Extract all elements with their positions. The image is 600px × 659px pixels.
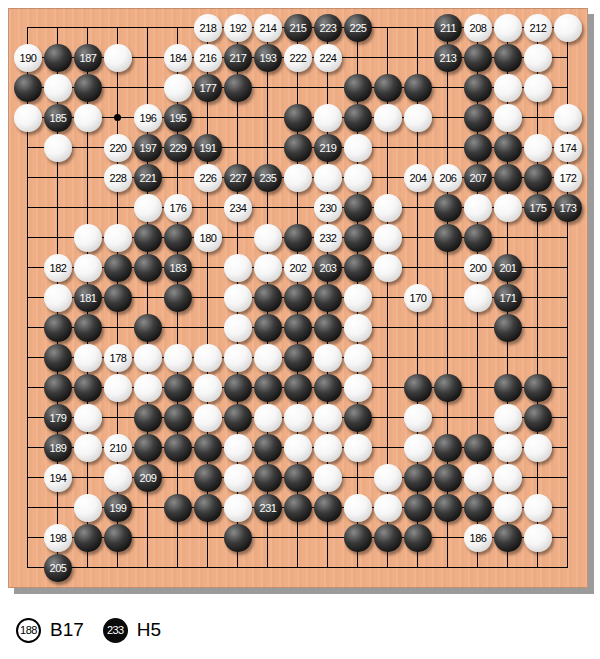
cell-N16[interactable] — [373, 103, 403, 133]
cell-N1[interactable] — [373, 553, 403, 583]
cell-R8[interactable] — [493, 343, 523, 373]
cell-G11[interactable] — [193, 253, 223, 283]
cell-B16[interactable]: 185 — [43, 103, 73, 133]
black-stone[interactable] — [464, 494, 492, 522]
white-stone[interactable] — [464, 194, 492, 222]
cell-K3[interactable] — [283, 493, 313, 523]
cell-F5[interactable] — [163, 433, 193, 463]
cell-K2[interactable] — [283, 523, 313, 553]
cell-F15[interactable]: 229 — [163, 133, 193, 163]
cell-C1[interactable] — [73, 553, 103, 583]
cell-O17[interactable] — [403, 73, 433, 103]
cell-N6[interactable] — [373, 403, 403, 433]
cell-D15[interactable]: 220 — [103, 133, 133, 163]
black-stone[interactable] — [494, 314, 522, 342]
black-stone[interactable] — [44, 344, 72, 372]
black-stone[interactable] — [284, 464, 312, 492]
black-stone[interactable] — [44, 374, 72, 402]
black-stone[interactable]: 219 — [314, 134, 342, 162]
black-stone[interactable] — [284, 104, 312, 132]
cell-J1[interactable] — [253, 553, 283, 583]
cell-H15[interactable] — [223, 133, 253, 163]
cell-B17[interactable] — [43, 73, 73, 103]
cell-E11[interactable] — [133, 253, 163, 283]
cell-C15[interactable] — [73, 133, 103, 163]
white-stone[interactable] — [284, 434, 312, 462]
white-stone[interactable] — [374, 224, 402, 252]
white-stone[interactable] — [74, 494, 102, 522]
cell-N14[interactable] — [373, 163, 403, 193]
white-stone[interactable]: 186 — [464, 524, 492, 552]
cell-F1[interactable] — [163, 553, 193, 583]
black-stone[interactable] — [164, 494, 192, 522]
black-stone[interactable] — [314, 374, 342, 402]
cell-F7[interactable] — [163, 373, 193, 403]
cell-L3[interactable] — [313, 493, 343, 523]
cell-R5[interactable] — [493, 433, 523, 463]
cell-C6[interactable] — [73, 403, 103, 433]
cell-R16[interactable] — [493, 103, 523, 133]
cell-Q11[interactable]: 200 — [463, 253, 493, 283]
cell-N3[interactable] — [373, 493, 403, 523]
cell-N10[interactable] — [373, 283, 403, 313]
black-stone[interactable] — [494, 134, 522, 162]
cell-R2[interactable] — [493, 523, 523, 553]
cell-M4[interactable] — [343, 463, 373, 493]
cell-G13[interactable] — [193, 193, 223, 223]
cell-N13[interactable] — [373, 193, 403, 223]
cell-K7[interactable] — [283, 373, 313, 403]
black-stone[interactable] — [284, 494, 312, 522]
cell-H17[interactable] — [223, 73, 253, 103]
cell-J2[interactable] — [253, 523, 283, 553]
black-stone[interactable] — [464, 434, 492, 462]
cell-A15[interactable] — [13, 133, 43, 163]
cell-B12[interactable] — [43, 223, 73, 253]
cell-N17[interactable] — [373, 73, 403, 103]
white-stone[interactable]: 172 — [554, 164, 582, 192]
cell-T3[interactable] — [553, 493, 583, 523]
white-stone[interactable]: 204 — [404, 164, 432, 192]
black-stone[interactable] — [434, 194, 462, 222]
black-stone[interactable] — [164, 404, 192, 432]
cell-K18[interactable]: 222 — [283, 43, 313, 73]
cell-E4[interactable]: 209 — [133, 463, 163, 493]
black-stone[interactable] — [374, 524, 402, 552]
cell-N11[interactable] — [373, 253, 403, 283]
cell-L8[interactable] — [313, 343, 343, 373]
cell-Q3[interactable] — [463, 493, 493, 523]
cell-E13[interactable] — [133, 193, 163, 223]
cell-F16[interactable]: 195 — [163, 103, 193, 133]
white-stone[interactable] — [404, 104, 432, 132]
cell-A5[interactable] — [13, 433, 43, 463]
cell-S12[interactable] — [523, 223, 553, 253]
black-stone[interactable] — [74, 314, 102, 342]
cell-Q10[interactable] — [463, 283, 493, 313]
white-stone[interactable] — [524, 44, 552, 72]
black-stone[interactable] — [104, 284, 132, 312]
cell-H4[interactable] — [223, 463, 253, 493]
white-stone[interactable] — [494, 464, 522, 492]
cell-J15[interactable] — [253, 133, 283, 163]
black-stone[interactable] — [344, 104, 372, 132]
white-stone[interactable] — [494, 404, 522, 432]
white-stone[interactable]: 176 — [164, 194, 192, 222]
cell-E12[interactable] — [133, 223, 163, 253]
white-stone[interactable] — [74, 254, 102, 282]
cell-K14[interactable] — [283, 163, 313, 193]
white-stone[interactable]: 202 — [284, 254, 312, 282]
cell-G8[interactable] — [193, 343, 223, 373]
white-stone[interactable] — [194, 344, 222, 372]
black-stone[interactable] — [14, 74, 42, 102]
white-stone[interactable] — [74, 344, 102, 372]
cell-B10[interactable] — [43, 283, 73, 313]
cell-H1[interactable] — [223, 553, 253, 583]
black-stone[interactable] — [134, 224, 162, 252]
cell-J14[interactable]: 235 — [253, 163, 283, 193]
black-stone[interactable] — [224, 74, 252, 102]
cell-T17[interactable] — [553, 73, 583, 103]
cell-O11[interactable] — [403, 253, 433, 283]
white-stone[interactable] — [344, 164, 372, 192]
cell-A14[interactable] — [13, 163, 43, 193]
black-stone[interactable] — [434, 494, 462, 522]
black-stone[interactable]: 195 — [164, 104, 192, 132]
cell-P16[interactable] — [433, 103, 463, 133]
cell-G2[interactable] — [193, 523, 223, 553]
white-stone[interactable] — [344, 314, 372, 342]
black-stone[interactable]: 223 — [314, 14, 342, 42]
cell-A16[interactable] — [13, 103, 43, 133]
cell-S5[interactable] — [523, 433, 553, 463]
cell-H6[interactable] — [223, 403, 253, 433]
cell-Q2[interactable]: 186 — [463, 523, 493, 553]
black-stone[interactable] — [254, 374, 282, 402]
cell-C9[interactable] — [73, 313, 103, 343]
white-stone[interactable]: 232 — [314, 224, 342, 252]
cell-S14[interactable] — [523, 163, 553, 193]
white-stone[interactable]: 178 — [104, 344, 132, 372]
cell-M14[interactable] — [343, 163, 373, 193]
cell-A11[interactable] — [13, 253, 43, 283]
cell-Q8[interactable] — [463, 343, 493, 373]
cell-P12[interactable] — [433, 223, 463, 253]
cell-B3[interactable] — [43, 493, 73, 523]
white-stone[interactable] — [74, 104, 102, 132]
cell-Q13[interactable] — [463, 193, 493, 223]
cell-O6[interactable] — [403, 403, 433, 433]
black-stone[interactable]: 177 — [194, 74, 222, 102]
cell-H10[interactable] — [223, 283, 253, 313]
cell-M11[interactable] — [343, 253, 373, 283]
cell-H8[interactable] — [223, 343, 253, 373]
cell-T7[interactable] — [553, 373, 583, 403]
white-stone[interactable] — [344, 284, 372, 312]
cell-K12[interactable] — [283, 223, 313, 253]
cell-L18[interactable]: 224 — [313, 43, 343, 73]
cell-G18[interactable]: 216 — [193, 43, 223, 73]
white-stone[interactable] — [44, 134, 72, 162]
cell-P18[interactable]: 213 — [433, 43, 463, 73]
cell-E5[interactable] — [133, 433, 163, 463]
white-stone[interactable]: 216 — [194, 44, 222, 72]
cell-P1[interactable] — [433, 553, 463, 583]
cell-O7[interactable] — [403, 373, 433, 403]
cell-H19[interactable]: 192 — [223, 13, 253, 43]
black-stone[interactable] — [284, 314, 312, 342]
cell-M19[interactable]: 225 — [343, 13, 373, 43]
white-stone[interactable]: 206 — [434, 164, 462, 192]
cell-O12[interactable] — [403, 223, 433, 253]
cell-D19[interactable] — [103, 13, 133, 43]
cell-P2[interactable] — [433, 523, 463, 553]
cell-A17[interactable] — [13, 73, 43, 103]
white-stone[interactable] — [464, 284, 492, 312]
cell-B13[interactable] — [43, 193, 73, 223]
cell-E10[interactable] — [133, 283, 163, 313]
cell-R12[interactable] — [493, 223, 523, 253]
black-stone[interactable] — [74, 374, 102, 402]
cell-E9[interactable] — [133, 313, 163, 343]
cell-C11[interactable] — [73, 253, 103, 283]
cell-Q5[interactable] — [463, 433, 493, 463]
cell-A19[interactable] — [13, 13, 43, 43]
white-stone[interactable] — [74, 224, 102, 252]
cell-T6[interactable] — [553, 403, 583, 433]
white-stone[interactable] — [284, 404, 312, 432]
black-stone[interactable] — [254, 284, 282, 312]
black-stone[interactable] — [164, 374, 192, 402]
white-stone[interactable] — [494, 434, 522, 462]
cell-L4[interactable] — [313, 463, 343, 493]
white-stone[interactable] — [44, 74, 72, 102]
white-stone[interactable] — [374, 194, 402, 222]
black-stone[interactable] — [464, 104, 492, 132]
black-stone[interactable] — [434, 374, 462, 402]
black-stone[interactable] — [74, 524, 102, 552]
cell-H13[interactable]: 234 — [223, 193, 253, 223]
cell-J10[interactable] — [253, 283, 283, 313]
cell-M15[interactable] — [343, 133, 373, 163]
black-stone[interactable] — [134, 434, 162, 462]
cell-K10[interactable] — [283, 283, 313, 313]
black-stone[interactable] — [494, 374, 522, 402]
cell-M12[interactable] — [343, 223, 373, 253]
cell-D3[interactable]: 199 — [103, 493, 133, 523]
white-stone[interactable] — [344, 344, 372, 372]
cell-S16[interactable] — [523, 103, 553, 133]
cell-F8[interactable] — [163, 343, 193, 373]
cell-F10[interactable] — [163, 283, 193, 313]
black-stone[interactable] — [44, 314, 72, 342]
black-stone[interactable] — [494, 524, 522, 552]
black-stone[interactable] — [434, 464, 462, 492]
cell-C16[interactable] — [73, 103, 103, 133]
black-stone[interactable] — [134, 254, 162, 282]
white-stone[interactable] — [374, 254, 402, 282]
cell-N4[interactable] — [373, 463, 403, 493]
black-stone[interactable] — [464, 224, 492, 252]
cell-S2[interactable] — [523, 523, 553, 553]
cell-N18[interactable] — [373, 43, 403, 73]
black-stone[interactable] — [224, 404, 252, 432]
white-stone[interactable]: 184 — [164, 44, 192, 72]
cell-J13[interactable] — [253, 193, 283, 223]
cell-P13[interactable] — [433, 193, 463, 223]
white-stone[interactable]: 218 — [194, 14, 222, 42]
cell-R9[interactable] — [493, 313, 523, 343]
cell-N5[interactable] — [373, 433, 403, 463]
cell-C2[interactable] — [73, 523, 103, 553]
black-stone[interactable] — [344, 254, 372, 282]
cell-R17[interactable] — [493, 73, 523, 103]
white-stone[interactable]: 222 — [284, 44, 312, 72]
white-stone[interactable]: 228 — [104, 164, 132, 192]
cell-J3[interactable]: 231 — [253, 493, 283, 523]
cell-S7[interactable] — [523, 373, 553, 403]
cell-L7[interactable] — [313, 373, 343, 403]
cell-L6[interactable] — [313, 403, 343, 433]
white-stone[interactable] — [224, 464, 252, 492]
cell-G5[interactable] — [193, 433, 223, 463]
black-stone[interactable]: 209 — [134, 464, 162, 492]
cell-B18[interactable] — [43, 43, 73, 73]
black-stone[interactable] — [494, 44, 522, 72]
cell-G15[interactable]: 191 — [193, 133, 223, 163]
cell-M7[interactable] — [343, 373, 373, 403]
white-stone[interactable] — [194, 374, 222, 402]
cell-S15[interactable] — [523, 133, 553, 163]
cell-S18[interactable] — [523, 43, 553, 73]
black-stone[interactable] — [404, 464, 432, 492]
cell-C18[interactable]: 187 — [73, 43, 103, 73]
black-stone[interactable] — [404, 494, 432, 522]
black-stone[interactable] — [164, 224, 192, 252]
white-stone[interactable] — [14, 104, 42, 132]
cell-H12[interactable] — [223, 223, 253, 253]
cell-A9[interactable] — [13, 313, 43, 343]
white-stone[interactable]: 214 — [254, 14, 282, 42]
cell-M2[interactable] — [343, 523, 373, 553]
black-stone[interactable] — [344, 194, 372, 222]
black-stone[interactable] — [194, 434, 222, 462]
black-stone[interactable] — [134, 314, 162, 342]
black-stone[interactable] — [104, 254, 132, 282]
cell-G14[interactable]: 226 — [193, 163, 223, 193]
white-stone[interactable] — [74, 404, 102, 432]
cell-R3[interactable] — [493, 493, 523, 523]
cell-M17[interactable] — [343, 73, 373, 103]
white-stone[interactable] — [314, 164, 342, 192]
cell-L14[interactable] — [313, 163, 343, 193]
cell-A7[interactable] — [13, 373, 43, 403]
cell-Q18[interactable] — [463, 43, 493, 73]
white-stone[interactable]: 226 — [194, 164, 222, 192]
cell-G17[interactable]: 177 — [193, 73, 223, 103]
cell-J8[interactable] — [253, 343, 283, 373]
cell-Q9[interactable] — [463, 313, 493, 343]
white-stone[interactable] — [404, 434, 432, 462]
white-stone[interactable]: 194 — [44, 464, 72, 492]
black-stone[interactable]: 229 — [164, 134, 192, 162]
white-stone[interactable] — [404, 404, 432, 432]
cell-Q14[interactable]: 207 — [463, 163, 493, 193]
cell-L11[interactable]: 203 — [313, 253, 343, 283]
cell-A12[interactable] — [13, 223, 43, 253]
cell-S10[interactable] — [523, 283, 553, 313]
black-stone[interactable] — [464, 134, 492, 162]
white-stone[interactable] — [464, 464, 492, 492]
cell-O14[interactable]: 204 — [403, 163, 433, 193]
cell-P8[interactable] — [433, 343, 463, 373]
black-stone[interactable]: 231 — [254, 494, 282, 522]
cell-F13[interactable]: 176 — [163, 193, 193, 223]
white-stone[interactable] — [224, 344, 252, 372]
white-stone[interactable] — [74, 434, 102, 462]
cell-R10[interactable]: 171 — [493, 283, 523, 313]
white-stone[interactable] — [194, 404, 222, 432]
cell-G9[interactable] — [193, 313, 223, 343]
cell-Q15[interactable] — [463, 133, 493, 163]
black-stone[interactable] — [254, 434, 282, 462]
cell-J5[interactable] — [253, 433, 283, 463]
white-stone[interactable]: 200 — [464, 254, 492, 282]
cell-Q7[interactable] — [463, 373, 493, 403]
cell-L15[interactable]: 219 — [313, 133, 343, 163]
white-stone[interactable] — [224, 254, 252, 282]
cell-T2[interactable] — [553, 523, 583, 553]
cell-G19[interactable]: 218 — [193, 13, 223, 43]
white-stone[interactable]: 208 — [464, 14, 492, 42]
cell-H18[interactable]: 217 — [223, 43, 253, 73]
black-stone[interactable] — [344, 224, 372, 252]
cell-G7[interactable] — [193, 373, 223, 403]
cell-J17[interactable] — [253, 73, 283, 103]
cell-E17[interactable] — [133, 73, 163, 103]
black-stone[interactable] — [284, 284, 312, 312]
black-stone[interactable]: 205 — [44, 554, 72, 582]
white-stone[interactable] — [494, 74, 522, 102]
black-stone[interactable]: 187 — [74, 44, 102, 72]
black-stone[interactable]: 211 — [434, 14, 462, 42]
white-stone[interactable] — [104, 374, 132, 402]
cell-E7[interactable] — [133, 373, 163, 403]
cell-F17[interactable] — [163, 73, 193, 103]
cell-O9[interactable] — [403, 313, 433, 343]
cell-R4[interactable] — [493, 463, 523, 493]
cell-L1[interactable] — [313, 553, 343, 583]
white-stone[interactable] — [524, 434, 552, 462]
cell-T11[interactable] — [553, 253, 583, 283]
black-stone[interactable]: 181 — [74, 284, 102, 312]
white-stone[interactable] — [554, 14, 582, 42]
cell-K15[interactable] — [283, 133, 313, 163]
cell-T15[interactable]: 174 — [553, 133, 583, 163]
black-stone[interactable]: 235 — [254, 164, 282, 192]
cell-Q17[interactable] — [463, 73, 493, 103]
cell-F19[interactable] — [163, 13, 193, 43]
black-stone[interactable] — [44, 44, 72, 72]
cell-A13[interactable] — [13, 193, 43, 223]
white-stone[interactable] — [134, 194, 162, 222]
white-stone[interactable] — [284, 164, 312, 192]
cell-E19[interactable] — [133, 13, 163, 43]
cell-T14[interactable]: 172 — [553, 163, 583, 193]
cell-B19[interactable] — [43, 13, 73, 43]
black-stone[interactable] — [314, 494, 342, 522]
